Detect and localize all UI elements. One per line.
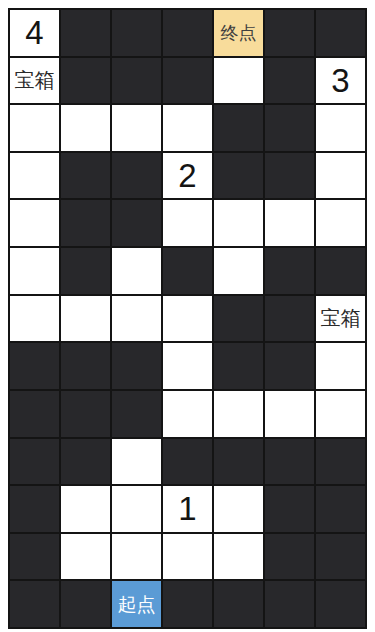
- wall-cell-r13c1: [10, 581, 59, 627]
- wall-cell-r8c6: [265, 343, 314, 389]
- path-cell-r4c7[interactable]: [316, 153, 365, 199]
- path-cell-r3c2[interactable]: [61, 105, 110, 151]
- wall-cell-r10c6: [265, 439, 314, 485]
- wall-cell-r6c2: [61, 248, 110, 294]
- waypoint-4-number: 4: [25, 16, 43, 49]
- end-cell-r1c5[interactable]: 终点: [214, 10, 263, 56]
- path-cell-r7c3[interactable]: [112, 296, 161, 342]
- path-cell-r9c6[interactable]: [265, 391, 314, 437]
- wall-cell-r1c7: [316, 10, 365, 56]
- path-cell-r8c7[interactable]: [316, 343, 365, 389]
- waypoint-3-cell-r2c7[interactable]: 3: [316, 58, 365, 104]
- waypoint-1-cell-r11c4[interactable]: 1: [163, 486, 212, 532]
- path-cell-r7c2[interactable]: [61, 296, 110, 342]
- path-cell-r5c6[interactable]: [265, 200, 314, 246]
- path-cell-r3c4[interactable]: [163, 105, 212, 151]
- wall-cell-r10c1: [10, 439, 59, 485]
- wall-cell-r8c3: [112, 343, 161, 389]
- path-cell-r5c5[interactable]: [214, 200, 263, 246]
- path-cell-r5c4[interactable]: [163, 200, 212, 246]
- path-cell-r11c2[interactable]: [61, 486, 110, 532]
- wall-cell-r9c1: [10, 391, 59, 437]
- path-cell-r3c7[interactable]: [316, 105, 365, 151]
- wall-cell-r4c3: [112, 153, 161, 199]
- wall-cell-r7c5: [214, 296, 263, 342]
- path-cell-r12c5[interactable]: [214, 534, 263, 580]
- wall-cell-r6c6: [265, 248, 314, 294]
- wall-cell-r3c6: [265, 105, 314, 151]
- start-cell-r13c3[interactable]: 起点: [112, 581, 161, 627]
- path-cell-r7c4[interactable]: [163, 296, 212, 342]
- path-cell-r12c3[interactable]: [112, 534, 161, 580]
- wall-cell-r1c6: [265, 10, 314, 56]
- wall-cell-r6c7: [316, 248, 365, 294]
- path-cell-r6c1[interactable]: [10, 248, 59, 294]
- wall-cell-r10c2: [61, 439, 110, 485]
- path-cell-r6c3[interactable]: [112, 248, 161, 294]
- maze-board: 4终点宝箱32宝箱1起点: [8, 8, 367, 629]
- wall-cell-r13c5: [214, 581, 263, 627]
- path-cell-r9c5[interactable]: [214, 391, 263, 437]
- wall-cell-r3c5: [214, 105, 263, 151]
- path-cell-r5c7[interactable]: [316, 200, 365, 246]
- wall-cell-r9c3: [112, 391, 161, 437]
- wall-cell-r7c6: [265, 296, 314, 342]
- path-cell-r11c5[interactable]: [214, 486, 263, 532]
- path-cell-r8c4[interactable]: [163, 343, 212, 389]
- wall-cell-r5c3: [112, 200, 161, 246]
- path-cell-r9c7[interactable]: [316, 391, 365, 437]
- start-label: 起点: [118, 595, 156, 614]
- wall-cell-r4c2: [61, 153, 110, 199]
- wall-cell-r1c4: [163, 10, 212, 56]
- path-cell-r9c4[interactable]: [163, 391, 212, 437]
- wall-cell-r4c6: [265, 153, 314, 199]
- wall-cell-r2c6: [265, 58, 314, 104]
- wall-cell-r8c5: [214, 343, 263, 389]
- treasure-label: 宝箱: [321, 308, 361, 328]
- path-cell-r12c2[interactable]: [61, 534, 110, 580]
- wall-cell-r10c7: [316, 439, 365, 485]
- path-cell-r3c3[interactable]: [112, 105, 161, 151]
- path-cell-r5c1[interactable]: [10, 200, 59, 246]
- path-cell-r4c1[interactable]: [10, 153, 59, 199]
- wall-cell-r8c2: [61, 343, 110, 389]
- wall-cell-r13c6: [265, 581, 314, 627]
- path-cell-r3c1[interactable]: [10, 105, 59, 151]
- wall-cell-r13c7: [316, 581, 365, 627]
- wall-cell-r13c2: [61, 581, 110, 627]
- wall-cell-r12c1: [10, 534, 59, 580]
- wall-cell-r13c4: [163, 581, 212, 627]
- wall-cell-r8c1: [10, 343, 59, 389]
- wall-cell-r10c4: [163, 439, 212, 485]
- treasure-cell-r2c1[interactable]: 宝箱: [10, 58, 59, 104]
- path-cell-r11c3[interactable]: [112, 486, 161, 532]
- wall-cell-r10c5: [214, 439, 263, 485]
- wall-cell-r11c6: [265, 486, 314, 532]
- path-cell-r6c5[interactable]: [214, 248, 263, 294]
- end-label: 终点: [221, 24, 257, 42]
- treasure-label: 宝箱: [15, 70, 55, 90]
- wall-cell-r12c7: [316, 534, 365, 580]
- wall-cell-r12c6: [265, 534, 314, 580]
- path-cell-r10c3[interactable]: [112, 439, 161, 485]
- path-cell-r2c5[interactable]: [214, 58, 263, 104]
- waypoint-2-cell-r4c4[interactable]: 2: [163, 153, 212, 199]
- wall-cell-r1c3: [112, 10, 161, 56]
- waypoint-4-cell-r1c1[interactable]: 4: [10, 10, 59, 56]
- treasure-cell-r7c7[interactable]: 宝箱: [316, 296, 365, 342]
- waypoint-1-number: 1: [178, 492, 196, 525]
- path-cell-r7c1[interactable]: [10, 296, 59, 342]
- wall-cell-r4c5: [214, 153, 263, 199]
- wall-cell-r1c2: [61, 10, 110, 56]
- waypoint-2-number: 2: [178, 159, 196, 192]
- path-cell-r12c4[interactable]: [163, 534, 212, 580]
- wall-cell-r9c2: [61, 391, 110, 437]
- wall-cell-r2c4: [163, 58, 212, 104]
- wall-cell-r11c1: [10, 486, 59, 532]
- wall-cell-r5c2: [61, 200, 110, 246]
- wall-cell-r2c3: [112, 58, 161, 104]
- wall-cell-r6c4: [163, 248, 212, 294]
- wall-cell-r11c7: [316, 486, 365, 532]
- wall-cell-r2c2: [61, 58, 110, 104]
- waypoint-3-number: 3: [331, 64, 349, 97]
